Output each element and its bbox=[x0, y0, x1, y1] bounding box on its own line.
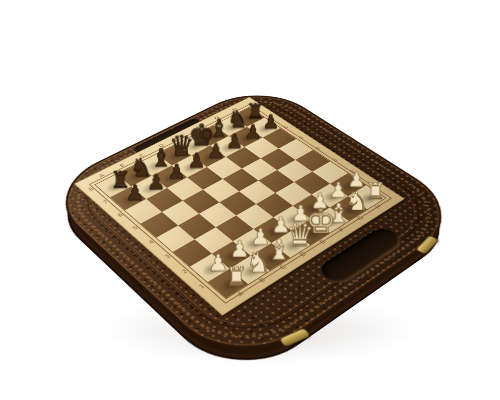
chess-set-product-photo: ABCDEFGH ABCDEFGH 87654321 87654321 ♜♞♝♛… bbox=[0, 0, 500, 400]
piece-white-rook[interactable]: ♜ bbox=[222, 265, 251, 291]
piece-black-pawn[interactable]: ♟ bbox=[122, 183, 148, 204]
chessboard: ABCDEFGH ABCDEFGH 87654321 87654321 ♜♞♝♛… bbox=[74, 97, 405, 316]
